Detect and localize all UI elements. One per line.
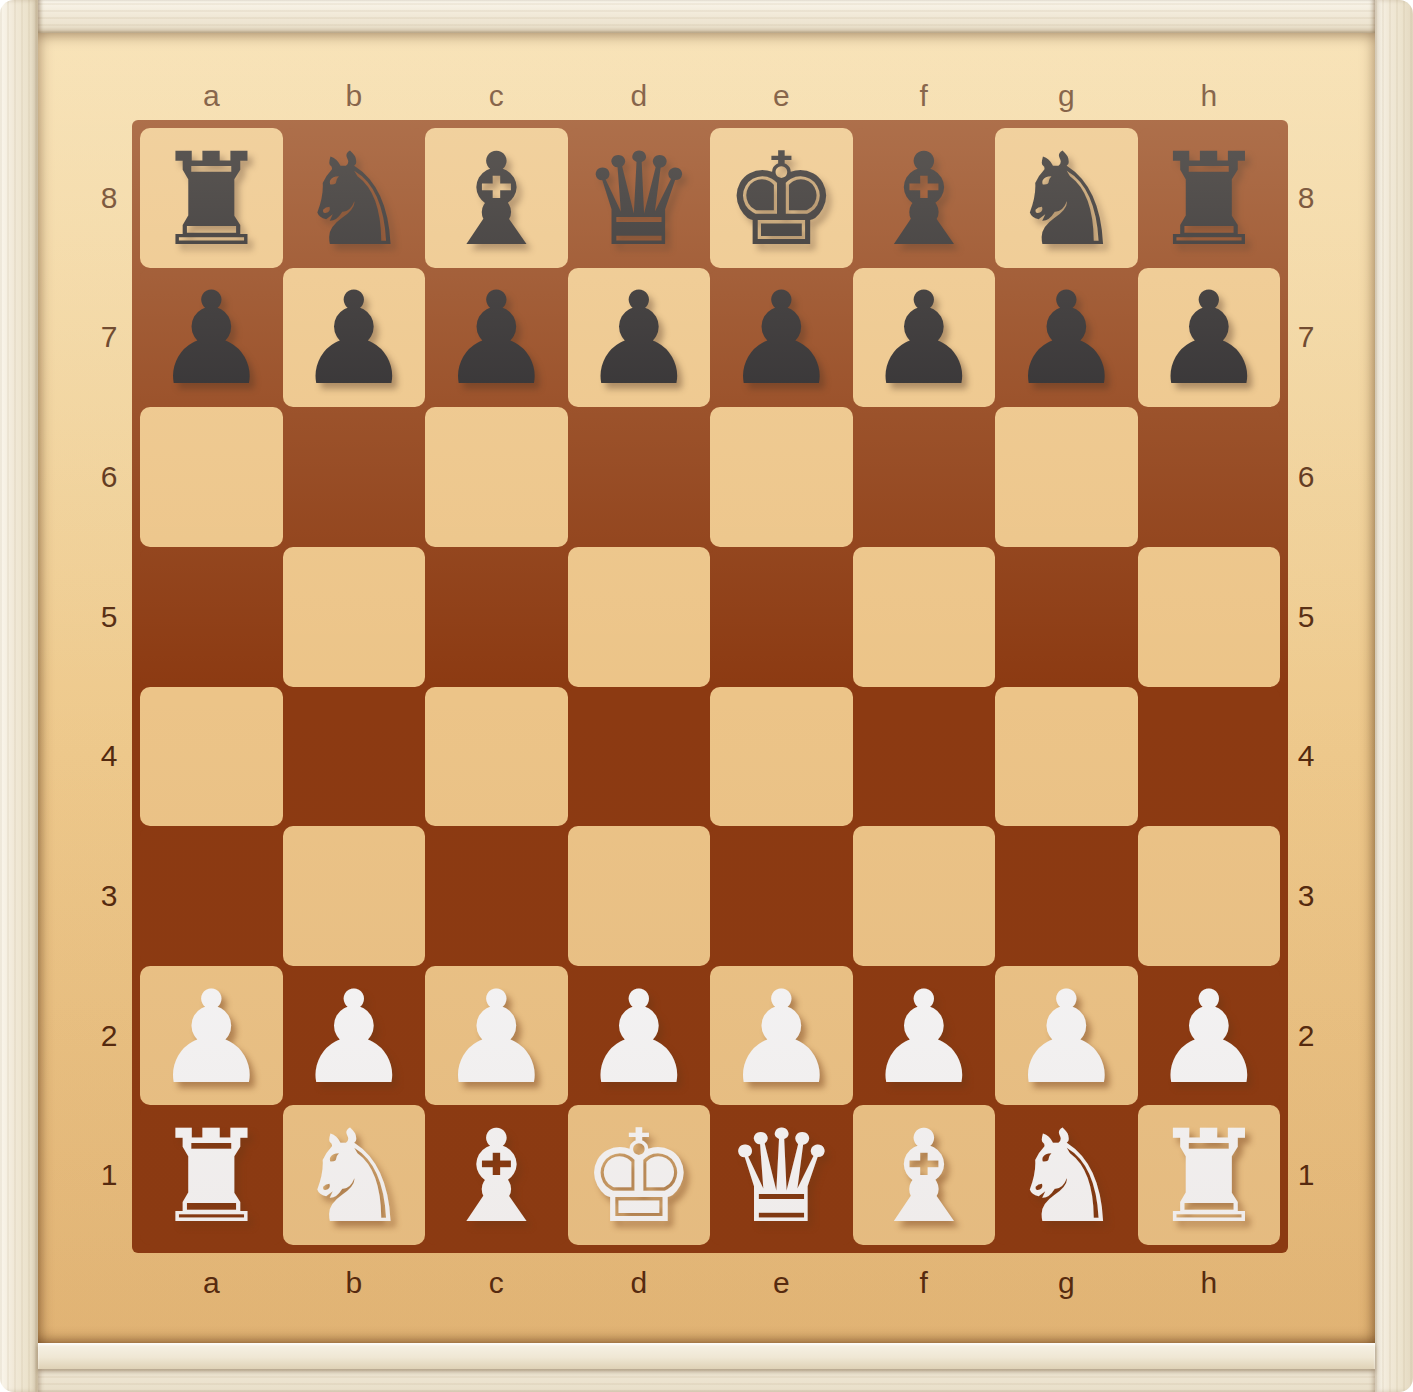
rank-label-1: 1 bbox=[85, 1105, 133, 1245]
file-label-e: e bbox=[710, 1258, 853, 1308]
file-label-g: g bbox=[995, 72, 1138, 120]
piece-black-rook[interactable]: ♜ bbox=[1151, 136, 1266, 264]
rank-labels-right: 87654321 bbox=[1282, 128, 1330, 1245]
checkerboard: ♜♞♝♛♚♝♞♜♟♟♟♟♟♟♟♟♟♟♟♟♟♟♟♟♜♞♝♚♛♝♞♜ bbox=[132, 120, 1288, 1253]
rank-label-7: 7 bbox=[1282, 268, 1330, 408]
rank-label-8: 8 bbox=[1282, 128, 1330, 268]
rank-label-2: 2 bbox=[85, 966, 133, 1106]
file-label-b: b bbox=[283, 72, 426, 120]
file-label-f: f bbox=[853, 72, 996, 120]
square-b7[interactable]: ♟ bbox=[283, 268, 426, 408]
square-d8[interactable]: ♛ bbox=[568, 128, 711, 268]
file-label-h: h bbox=[1138, 1258, 1281, 1308]
square-b1[interactable]: ♞ bbox=[283, 1105, 426, 1245]
square-d1[interactable]: ♚ bbox=[568, 1105, 711, 1245]
square-d6[interactable] bbox=[568, 407, 711, 547]
piece-black-pawn[interactable]: ♟ bbox=[1009, 275, 1124, 403]
wood-frame-left bbox=[0, 0, 38, 1392]
square-h6[interactable] bbox=[1138, 407, 1281, 547]
square-a5[interactable] bbox=[140, 547, 283, 687]
piece-white-knight[interactable]: ♞ bbox=[1009, 1113, 1124, 1241]
square-g1[interactable]: ♞ bbox=[995, 1105, 1138, 1245]
file-label-g: g bbox=[995, 1258, 1138, 1308]
rank-label-6: 6 bbox=[85, 407, 133, 547]
rank-label-6: 6 bbox=[1282, 407, 1330, 547]
square-e5[interactable] bbox=[710, 547, 853, 687]
square-h3[interactable] bbox=[1138, 826, 1281, 966]
rank-label-3: 3 bbox=[1282, 826, 1330, 966]
piece-black-knight[interactable]: ♞ bbox=[1009, 136, 1124, 264]
rank-label-2: 2 bbox=[1282, 966, 1330, 1106]
square-h1[interactable]: ♜ bbox=[1138, 1105, 1281, 1245]
piece-white-pawn[interactable]: ♟ bbox=[296, 974, 411, 1102]
square-c4[interactable] bbox=[425, 687, 568, 827]
file-label-d: d bbox=[568, 72, 711, 120]
square-f1[interactable]: ♝ bbox=[853, 1105, 996, 1245]
square-c6[interactable] bbox=[425, 407, 568, 547]
square-a7[interactable]: ♟ bbox=[140, 268, 283, 408]
rank-label-3: 3 bbox=[85, 826, 133, 966]
square-g8[interactable]: ♞ bbox=[995, 128, 1138, 268]
square-b8[interactable]: ♞ bbox=[283, 128, 426, 268]
square-f5[interactable] bbox=[853, 547, 996, 687]
piece-black-pawn[interactable]: ♟ bbox=[154, 275, 269, 403]
piece-white-pawn[interactable]: ♟ bbox=[724, 974, 839, 1102]
square-g5[interactable] bbox=[995, 547, 1138, 687]
piece-black-pawn[interactable]: ♟ bbox=[724, 275, 839, 403]
piece-black-pawn[interactable]: ♟ bbox=[866, 275, 981, 403]
piece-black-pawn[interactable]: ♟ bbox=[1151, 275, 1266, 403]
rank-label-8: 8 bbox=[85, 128, 133, 268]
piece-white-queen[interactable]: ♛ bbox=[724, 1113, 839, 1241]
square-d3[interactable] bbox=[568, 826, 711, 966]
square-e4[interactable] bbox=[710, 687, 853, 827]
square-e6[interactable] bbox=[710, 407, 853, 547]
square-b5[interactable] bbox=[283, 547, 426, 687]
piece-white-pawn[interactable]: ♟ bbox=[581, 974, 696, 1102]
file-labels-top: abcdefgh bbox=[140, 72, 1280, 120]
square-d7[interactable]: ♟ bbox=[568, 268, 711, 408]
piece-white-pawn[interactable]: ♟ bbox=[439, 974, 554, 1102]
square-b2[interactable]: ♟ bbox=[283, 966, 426, 1106]
rank-labels-left: 87654321 bbox=[85, 128, 133, 1245]
square-b6[interactable] bbox=[283, 407, 426, 547]
board-panel: abcdefgh 87654321 87654321 abcdefgh ♜♞♝♛… bbox=[38, 33, 1375, 1343]
square-a6[interactable] bbox=[140, 407, 283, 547]
piece-white-pawn[interactable]: ♟ bbox=[866, 974, 981, 1102]
piece-white-pawn[interactable]: ♟ bbox=[154, 974, 269, 1102]
square-f3[interactable] bbox=[853, 826, 996, 966]
piece-tray-rail bbox=[38, 1343, 1375, 1369]
piece-black-king[interactable]: ♚ bbox=[724, 136, 839, 264]
file-label-d: d bbox=[568, 1258, 711, 1308]
square-e7[interactable]: ♟ bbox=[710, 268, 853, 408]
wood-frame-right bbox=[1375, 0, 1413, 1392]
square-e1[interactable]: ♛ bbox=[710, 1105, 853, 1245]
wood-frame-bottom bbox=[38, 1343, 1375, 1392]
piece-black-pawn[interactable]: ♟ bbox=[296, 275, 411, 403]
piece-white-king[interactable]: ♚ bbox=[581, 1113, 696, 1241]
piece-black-rook[interactable]: ♜ bbox=[154, 136, 269, 264]
piece-white-bishop[interactable]: ♝ bbox=[866, 1113, 981, 1241]
checkerboard-grid: ♜♞♝♛♚♝♞♜♟♟♟♟♟♟♟♟♟♟♟♟♟♟♟♟♜♞♝♚♛♝♞♜ bbox=[140, 128, 1280, 1245]
piece-black-queen[interactable]: ♛ bbox=[581, 136, 696, 264]
square-g2[interactable]: ♟ bbox=[995, 966, 1138, 1106]
piece-white-bishop[interactable]: ♝ bbox=[439, 1113, 554, 1241]
square-h2[interactable]: ♟ bbox=[1138, 966, 1281, 1106]
square-c3[interactable] bbox=[425, 826, 568, 966]
square-d5[interactable] bbox=[568, 547, 711, 687]
file-label-a: a bbox=[140, 72, 283, 120]
piece-black-bishop[interactable]: ♝ bbox=[439, 136, 554, 264]
rank-label-4: 4 bbox=[85, 687, 133, 827]
square-g6[interactable] bbox=[995, 407, 1138, 547]
wood-frame-top bbox=[38, 0, 1375, 33]
square-a1[interactable]: ♜ bbox=[140, 1105, 283, 1245]
square-e3[interactable] bbox=[710, 826, 853, 966]
rank-label-1: 1 bbox=[1282, 1105, 1330, 1245]
piece-black-bishop[interactable]: ♝ bbox=[866, 136, 981, 264]
rank-label-5: 5 bbox=[1282, 547, 1330, 687]
square-d2[interactable]: ♟ bbox=[568, 966, 711, 1106]
file-label-e: e bbox=[710, 72, 853, 120]
square-c8[interactable]: ♝ bbox=[425, 128, 568, 268]
rank-label-4: 4 bbox=[1282, 687, 1330, 827]
file-label-c: c bbox=[425, 72, 568, 120]
file-label-c: c bbox=[425, 1258, 568, 1308]
piece-black-knight[interactable]: ♞ bbox=[296, 136, 411, 264]
square-f7[interactable]: ♟ bbox=[853, 268, 996, 408]
piece-black-pawn[interactable]: ♟ bbox=[439, 275, 554, 403]
square-c5[interactable] bbox=[425, 547, 568, 687]
square-b3[interactable] bbox=[283, 826, 426, 966]
piece-white-knight[interactable]: ♞ bbox=[296, 1113, 411, 1241]
square-c2[interactable]: ♟ bbox=[425, 966, 568, 1106]
square-g4[interactable] bbox=[995, 687, 1138, 827]
square-c7[interactable]: ♟ bbox=[425, 268, 568, 408]
file-labels-bottom: abcdefgh bbox=[140, 1258, 1280, 1308]
piece-black-pawn[interactable]: ♟ bbox=[581, 275, 696, 403]
file-label-b: b bbox=[283, 1258, 426, 1308]
piece-white-pawn[interactable]: ♟ bbox=[1009, 974, 1124, 1102]
square-d4[interactable] bbox=[568, 687, 711, 827]
square-a3[interactable] bbox=[140, 826, 283, 966]
square-g7[interactable]: ♟ bbox=[995, 268, 1138, 408]
square-e2[interactable]: ♟ bbox=[710, 966, 853, 1106]
square-f2[interactable]: ♟ bbox=[853, 966, 996, 1106]
square-h7[interactable]: ♟ bbox=[1138, 268, 1281, 408]
square-c1[interactable]: ♝ bbox=[425, 1105, 568, 1245]
piece-white-rook[interactable]: ♜ bbox=[1151, 1113, 1266, 1241]
piece-white-rook[interactable]: ♜ bbox=[154, 1113, 269, 1241]
rank-label-7: 7 bbox=[85, 268, 133, 408]
file-label-h: h bbox=[1138, 72, 1281, 120]
square-h8[interactable]: ♜ bbox=[1138, 128, 1281, 268]
square-b4[interactable] bbox=[283, 687, 426, 827]
square-h4[interactable] bbox=[1138, 687, 1281, 827]
piece-white-pawn[interactable]: ♟ bbox=[1151, 974, 1266, 1102]
square-f4[interactable] bbox=[853, 687, 996, 827]
square-g3[interactable] bbox=[995, 826, 1138, 966]
file-label-f: f bbox=[853, 1258, 996, 1308]
rank-label-5: 5 bbox=[85, 547, 133, 687]
file-label-a: a bbox=[140, 1258, 283, 1308]
square-e8[interactable]: ♚ bbox=[710, 128, 853, 268]
square-h5[interactable] bbox=[1138, 547, 1281, 687]
square-a8[interactable]: ♜ bbox=[140, 128, 283, 268]
square-f6[interactable] bbox=[853, 407, 996, 547]
square-f8[interactable]: ♝ bbox=[853, 128, 996, 268]
square-a2[interactable]: ♟ bbox=[140, 966, 283, 1106]
square-a4[interactable] bbox=[140, 687, 283, 827]
demo-chessboard: abcdefgh 87654321 87654321 abcdefgh ♜♞♝♛… bbox=[0, 0, 1413, 1392]
